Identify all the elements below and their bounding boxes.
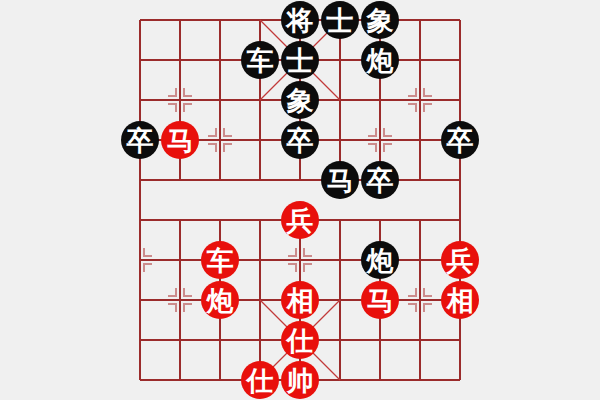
xiangqi-app: 将士象车士炮象卒马卒卒马卒兵车炮兵炮相马相仕仕帅	[0, 0, 600, 400]
piece-black-elephant-2[interactable]: 象	[281, 81, 319, 119]
piece-black-cannon-2[interactable]: 炮	[361, 241, 399, 279]
xiangqi-board: 将士象车士炮象卒马卒卒马卒兵车炮兵炮相马相仕仕帅	[120, 0, 480, 400]
piece-red-advisor-1[interactable]: 仕	[281, 321, 319, 359]
piece-black-soldier-1[interactable]: 卒	[121, 121, 159, 159]
piece-black-advisor-2[interactable]: 士	[281, 41, 319, 79]
piece-black-chariot[interactable]: 车	[241, 41, 279, 79]
piece-red-horse-1[interactable]: 马	[161, 121, 199, 159]
piece-black-horse[interactable]: 马	[321, 161, 359, 199]
piece-black-soldier-2[interactable]: 卒	[281, 121, 319, 159]
piece-red-elephant-2[interactable]: 相	[441, 281, 479, 319]
piece-black-general[interactable]: 将	[281, 1, 319, 39]
piece-red-elephant-1[interactable]: 相	[281, 281, 319, 319]
piece-red-soldier-1[interactable]: 兵	[281, 201, 319, 239]
piece-black-soldier-3[interactable]: 卒	[441, 121, 479, 159]
piece-red-horse-2[interactable]: 马	[361, 281, 399, 319]
piece-red-advisor-2[interactable]: 仕	[241, 361, 279, 399]
piece-red-chariot[interactable]: 车	[201, 241, 239, 279]
piece-black-soldier-4[interactable]: 卒	[361, 161, 399, 199]
piece-black-advisor-1[interactable]: 士	[321, 1, 359, 39]
piece-red-soldier-2[interactable]: 兵	[441, 241, 479, 279]
piece-red-cannon[interactable]: 炮	[201, 281, 239, 319]
piece-red-general[interactable]: 帅	[281, 361, 319, 399]
piece-black-elephant-1[interactable]: 象	[361, 1, 399, 39]
piece-black-cannon-1[interactable]: 炮	[361, 41, 399, 79]
